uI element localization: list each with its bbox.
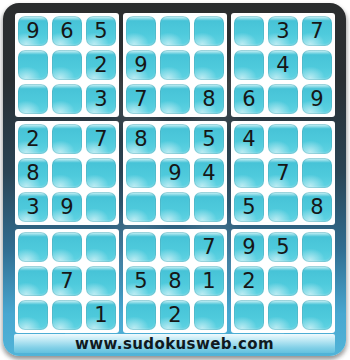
cell-r6c4[interactable] [126,192,156,222]
cell-r1c1[interactable]: 9 [18,16,48,46]
cell-r5c2[interactable] [52,158,82,188]
cell-r4c5[interactable] [160,124,190,154]
cell-r4c9[interactable] [302,124,332,154]
cell-r4c2[interactable] [52,124,82,154]
cell-r3c4[interactable]: 7 [126,84,156,114]
cell-r6c8[interactable] [268,192,298,222]
cell-r7c9[interactable] [302,232,332,262]
cell-r6c1[interactable]: 3 [18,192,48,222]
block-3: 37469 [231,13,335,117]
cell-r9c1[interactable] [18,300,48,330]
cell-r2c3[interactable]: 2 [86,50,116,80]
cell-r5c3[interactable] [86,158,116,188]
cell-r3c3[interactable]: 3 [86,84,116,114]
cell-r7c6[interactable]: 7 [194,232,224,262]
cell-r7c1[interactable] [18,232,48,262]
cell-r6c2[interactable]: 9 [52,192,82,222]
cell-r6c3[interactable] [86,192,116,222]
cell-r7c4[interactable] [126,232,156,262]
cell-r1c9[interactable]: 7 [302,16,332,46]
site-url: www.sudokusweb.com [75,335,274,353]
cell-r7c2[interactable] [52,232,82,262]
cell-r2c1[interactable] [18,50,48,80]
cell-r2c7[interactable] [234,50,264,80]
cell-r8c5[interactable]: 8 [160,266,190,296]
cell-r8c6[interactable]: 1 [194,266,224,296]
cell-r9c7[interactable] [234,300,264,330]
cell-r9c9[interactable] [302,300,332,330]
block-1: 96523 [15,13,119,117]
cell-r2c4[interactable]: 9 [126,50,156,80]
site-footer: www.sudokusweb.com [14,334,335,353]
cell-r5c1[interactable]: 8 [18,158,48,188]
cell-r9c6[interactable] [194,300,224,330]
cell-r3c8[interactable] [268,84,298,114]
cell-r9c2[interactable] [52,300,82,330]
cell-r5c4[interactable] [126,158,156,188]
cell-r7c5[interactable] [160,232,190,262]
cell-r1c5[interactable] [160,16,190,46]
cell-r8c7[interactable]: 2 [234,266,264,296]
cell-r9c4[interactable] [126,300,156,330]
cell-r7c7[interactable]: 9 [234,232,264,262]
cell-r4c8[interactable] [268,124,298,154]
cell-r1c7[interactable] [234,16,264,46]
cell-r1c2[interactable]: 6 [52,16,82,46]
cell-r1c8[interactable]: 3 [268,16,298,46]
cell-r6c9[interactable]: 8 [302,192,332,222]
cell-r8c8[interactable] [268,266,298,296]
block-2: 978 [123,13,227,117]
cell-r8c3[interactable] [86,266,116,296]
block-6: 4758 [231,121,335,225]
cell-r2c6[interactable] [194,50,224,80]
cell-r3c5[interactable] [160,84,190,114]
cell-r8c1[interactable] [18,266,48,296]
cell-r2c8[interactable]: 4 [268,50,298,80]
sudoku-board: 965239783746927839859447587175812952 [15,13,335,333]
cell-r2c9[interactable] [302,50,332,80]
block-5: 8594 [123,121,227,225]
cell-r3c2[interactable] [52,84,82,114]
block-7: 71 [15,229,119,333]
cell-r5c5[interactable]: 9 [160,158,190,188]
cell-r4c7[interactable]: 4 [234,124,264,154]
cell-r8c9[interactable] [302,266,332,296]
cell-r4c6[interactable]: 5 [194,124,224,154]
cell-r2c2[interactable] [52,50,82,80]
cell-r7c8[interactable]: 5 [268,232,298,262]
cell-r8c2[interactable]: 7 [52,266,82,296]
cell-r1c4[interactable] [126,16,156,46]
cell-r3c9[interactable]: 9 [302,84,332,114]
cell-r9c3[interactable]: 1 [86,300,116,330]
cell-r9c5[interactable]: 2 [160,300,190,330]
cell-r3c7[interactable]: 6 [234,84,264,114]
cell-r7c3[interactable] [86,232,116,262]
cell-r3c1[interactable] [18,84,48,114]
cell-r1c6[interactable] [194,16,224,46]
block-8: 75812 [123,229,227,333]
block-9: 952 [231,229,335,333]
cell-r5c6[interactable]: 4 [194,158,224,188]
cell-r1c3[interactable]: 5 [86,16,116,46]
cell-r3c6[interactable]: 8 [194,84,224,114]
cell-r5c8[interactable]: 7 [268,158,298,188]
cell-r4c4[interactable]: 8 [126,124,156,154]
cell-r6c7[interactable]: 5 [234,192,264,222]
cell-r8c4[interactable]: 5 [126,266,156,296]
cell-r5c9[interactable] [302,158,332,188]
cell-r4c1[interactable]: 2 [18,124,48,154]
cell-r4c3[interactable]: 7 [86,124,116,154]
cell-r6c6[interactable] [194,192,224,222]
cell-r2c5[interactable] [160,50,190,80]
block-4: 27839 [15,121,119,225]
cell-r5c7[interactable] [234,158,264,188]
cell-r6c5[interactable] [160,192,190,222]
board-frame: 965239783746927839859447587175812952 www… [3,3,346,356]
cell-r9c8[interactable] [268,300,298,330]
